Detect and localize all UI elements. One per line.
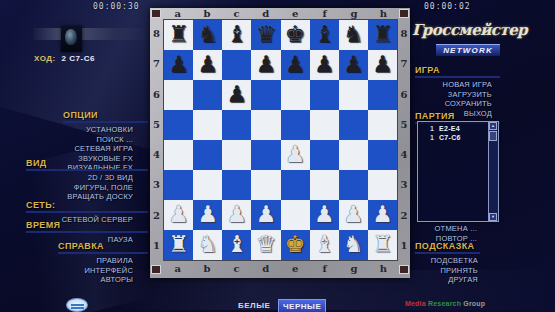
- piece-white-pawn[interactable]: ♟: [372, 203, 393, 226]
- square-g6[interactable]: [339, 80, 368, 110]
- square-g4[interactable]: [339, 140, 368, 170]
- board-corner-icon: [151, 9, 161, 18]
- piece-white-pawn[interactable]: ♟: [285, 143, 306, 166]
- menu-item[interactable]: УСТАНОВКИ: [63, 125, 133, 135]
- black-player-label[interactable]: ЧЕРНЫЕ: [278, 299, 326, 312]
- square-f7[interactable]: ♟: [310, 50, 339, 80]
- move-list-rows: 1E2-E41C7-C6: [418, 124, 488, 142]
- square-h3[interactable]: [368, 170, 397, 200]
- square-b1[interactable]: ♞: [193, 230, 222, 260]
- square-h4[interactable]: [368, 140, 397, 170]
- square-b7[interactable]: ♟: [193, 50, 222, 80]
- square-a3[interactable]: [164, 170, 193, 200]
- coordinate-label: f: [310, 8, 339, 19]
- piece-black-pawn[interactable]: ♟: [343, 53, 364, 76]
- menu-items-spravka: ПРАВИЛАИНТЕРФЕЙСАВТОРЫ: [58, 254, 148, 285]
- menu-item[interactable]: НОВАЯ ИГРА: [415, 80, 492, 90]
- piece-white-pawn[interactable]: ♟: [314, 203, 335, 226]
- square-g5[interactable]: [339, 110, 368, 140]
- square-g2[interactable]: ♟: [339, 200, 368, 230]
- file-labels-top: abcdefgh: [163, 8, 398, 19]
- square-g3[interactable]: [339, 170, 368, 200]
- piece-black-knight[interactable]: ♞: [343, 23, 364, 46]
- board-corner-icon: [399, 9, 409, 18]
- piece-white-knight[interactable]: ♞: [343, 233, 364, 256]
- coordinate-label: 4: [398, 140, 410, 170]
- square-h7[interactable]: ♟: [368, 50, 397, 80]
- square-e7[interactable]: ♟: [281, 50, 310, 80]
- coordinate-label: 8: [150, 19, 163, 49]
- square-d8[interactable]: ♛: [251, 20, 280, 50]
- app-window: 00:00:30 00:00:02 ХОД:2 C7-C6 ОПЦИИУСТАН…: [0, 0, 555, 312]
- menu-item[interactable]: ИНТЕРФЕЙС: [58, 266, 133, 276]
- square-b3[interactable]: [193, 170, 222, 200]
- piece-black-bishop[interactable]: ♝: [314, 23, 335, 46]
- square-a2[interactable]: ♟: [164, 200, 193, 230]
- square-f5[interactable]: [310, 110, 339, 140]
- piece-black-rook[interactable]: ♜: [168, 23, 189, 46]
- coordinate-label: 6: [398, 80, 410, 110]
- square-b4[interactable]: [193, 140, 222, 170]
- coordinate-label: 5: [398, 110, 410, 140]
- piece-black-bishop[interactable]: ♝: [227, 23, 248, 46]
- menu-items-vid: 2D / 3D ВИДФИГУРЫ, ПОЛЕВРАЩАТЬ ДОСКУ: [26, 171, 148, 202]
- piece-black-king[interactable]: ♚: [285, 23, 306, 46]
- square-c1[interactable]: ♝: [222, 230, 251, 260]
- square-e4[interactable]: ♟: [281, 140, 310, 170]
- coordinate-label: a: [163, 8, 192, 19]
- coordinate-label: e: [281, 261, 310, 277]
- undo-redo-actions: ОТМЕНА ...ПОВТОР ...: [415, 222, 477, 243]
- square-a5[interactable]: [164, 110, 193, 140]
- menu-item[interactable]: СОХРАНИТЬ: [415, 99, 492, 109]
- piece-black-pawn[interactable]: ♟: [227, 83, 248, 106]
- coordinate-label: 5: [150, 110, 163, 140]
- move-list: 1E2-E41C7-C6 ▲ ▼: [417, 121, 499, 222]
- inter-logo: [66, 298, 88, 312]
- square-f3[interactable]: [310, 170, 339, 200]
- square-d5[interactable]: [251, 110, 280, 140]
- coordinate-label: c: [222, 261, 251, 277]
- move-label: ХОД:: [34, 54, 56, 63]
- menu-header-vid[interactable]: ВИД: [26, 158, 148, 171]
- menu-section-spravka: СПРАВКАПРАВИЛАИНТЕРФЕЙСАВТОРЫ: [58, 241, 148, 285]
- square-d6[interactable]: [251, 80, 280, 110]
- square-b5[interactable]: [193, 110, 222, 140]
- square-g7[interactable]: ♟: [339, 50, 368, 80]
- piece-white-bishop[interactable]: ♝: [314, 233, 335, 256]
- menu-item[interactable]: ДРУГАЯ: [415, 275, 478, 285]
- menu-item[interactable]: ПОДСВЕТКА: [415, 256, 478, 266]
- coordinate-label: g: [339, 8, 368, 19]
- white-player-label[interactable]: БЕЛЫЕ: [238, 301, 270, 310]
- coordinate-label: h: [369, 8, 398, 19]
- credit-word: Group: [463, 300, 485, 307]
- square-c8[interactable]: ♝: [222, 20, 251, 50]
- menu-item[interactable]: ФИГУРЫ, ПОЛЕ: [26, 183, 133, 193]
- piece-white-rook[interactable]: ♜: [168, 233, 189, 256]
- piece-black-pawn[interactable]: ♟: [372, 53, 393, 76]
- square-h1[interactable]: ♜: [368, 230, 397, 260]
- square-f8[interactable]: ♝: [310, 20, 339, 50]
- piece-black-pawn[interactable]: ♟: [314, 53, 335, 76]
- square-h5[interactable]: [368, 110, 397, 140]
- square-c5[interactable]: [222, 110, 251, 140]
- menu-item[interactable]: ПРАВИЛА: [58, 256, 133, 266]
- square-c3[interactable]: [222, 170, 251, 200]
- app-logo: Гроссмейстер: [412, 21, 504, 39]
- menu-item[interactable]: АВТОРЫ: [58, 275, 133, 285]
- square-f4[interactable]: [310, 140, 339, 170]
- board-corner-icon: [151, 265, 161, 274]
- square-c2[interactable]: ♟: [222, 200, 251, 230]
- square-f1[interactable]: ♝: [310, 230, 339, 260]
- credit-word: Research: [428, 300, 461, 307]
- coordinate-label: b: [192, 261, 221, 277]
- piece-white-knight[interactable]: ♞: [197, 233, 218, 256]
- coordinate-label: b: [192, 8, 221, 19]
- move-row[interactable]: 1C7-C6: [418, 133, 488, 142]
- scroll-up-button[interactable]: ▲: [489, 122, 497, 130]
- square-h2[interactable]: ♟: [368, 200, 397, 230]
- network-banner: NETWORK: [436, 44, 500, 56]
- piece-black-queen[interactable]: ♛: [256, 23, 277, 46]
- square-e2[interactable]: [281, 200, 310, 230]
- coordinate-label: 6: [150, 80, 163, 110]
- menu-item[interactable]: 2D / 3D ВИД: [26, 173, 133, 183]
- avatar-face: [65, 29, 77, 45]
- coordinate-label: a: [163, 261, 192, 277]
- player-avatar: [61, 26, 82, 52]
- square-d3[interactable]: [251, 170, 280, 200]
- menu-header-vremya[interactable]: ВРЕМЯ: [26, 220, 148, 233]
- piece-black-knight[interactable]: ♞: [197, 23, 218, 46]
- piece-black-pawn[interactable]: ♟: [197, 53, 218, 76]
- coordinate-label: 2: [398, 201, 410, 231]
- coordinate-label: f: [310, 261, 339, 277]
- credit-text: Media Research Group: [405, 300, 485, 307]
- square-a8[interactable]: ♜: [164, 20, 193, 50]
- square-h6[interactable]: [368, 80, 397, 110]
- scrollbar-thumb[interactable]: [489, 131, 497, 141]
- square-b6[interactable]: [193, 80, 222, 110]
- move-indicator: ХОД:2 C7-C6: [34, 54, 146, 63]
- piece-white-pawn[interactable]: ♟: [343, 203, 364, 226]
- piece-white-pawn[interactable]: ♟: [197, 203, 218, 226]
- network-label: NETWORK: [436, 45, 500, 56]
- move-number: 1: [418, 133, 434, 142]
- coordinate-label: g: [339, 261, 368, 277]
- square-d4[interactable]: [251, 140, 280, 170]
- square-e3[interactable]: [281, 170, 310, 200]
- move-value: 2 C7-C6: [62, 54, 95, 63]
- square-b2[interactable]: ♟: [193, 200, 222, 230]
- square-e8[interactable]: ♚: [281, 20, 310, 50]
- square-c4[interactable]: [222, 140, 251, 170]
- black-clock: 00:00:02: [424, 2, 471, 11]
- menu-header-igra[interactable]: ИГРА: [415, 65, 500, 78]
- menu-item[interactable]: ПОИСК ...: [63, 135, 133, 145]
- menu-item[interactable]: ОТМЕНА ...: [415, 224, 477, 234]
- square-d7[interactable]: ♟: [251, 50, 280, 80]
- menu-item[interactable]: ПРИНЯТЬ: [415, 266, 478, 276]
- coordinate-label: 4: [150, 140, 163, 170]
- piece-black-pawn[interactable]: ♟: [285, 53, 306, 76]
- square-f6[interactable]: [310, 80, 339, 110]
- square-e6[interactable]: [281, 80, 310, 110]
- move-number: 1: [418, 124, 434, 133]
- coordinate-label: c: [222, 8, 251, 19]
- square-a7[interactable]: ♟: [164, 50, 193, 80]
- piece-black-pawn[interactable]: ♟: [168, 53, 189, 76]
- piece-black-pawn[interactable]: ♟: [256, 53, 277, 76]
- piece-white-pawn[interactable]: ♟: [256, 203, 277, 226]
- chess-board: ♜♞♝♛♚♝♞♜♟♟♟♟♟♟♟♟♟♟♟♟♟♟♟♟♜♞♝♛♚♝♞♜: [163, 19, 398, 261]
- menu-header-set[interactable]: СЕТЬ:: [26, 200, 148, 213]
- menu-item[interactable]: ЗАГРУЗИТЬ: [415, 90, 492, 100]
- piece-white-rook[interactable]: ♜: [372, 233, 393, 256]
- menu-header-spravka[interactable]: СПРАВКА: [58, 241, 148, 254]
- file-labels-bottom: abcdefgh: [163, 261, 398, 277]
- player-banner: [33, 28, 151, 40]
- rank-labels-right: 87654321: [398, 19, 410, 261]
- square-f2[interactable]: ♟: [310, 200, 339, 230]
- white-clock: 00:00:30: [93, 2, 140, 11]
- square-a4[interactable]: [164, 140, 193, 170]
- piece-white-king[interactable]: ♚: [285, 233, 306, 256]
- coordinate-label: 3: [398, 170, 410, 200]
- menu-header-opcii[interactable]: ОПЦИИ: [63, 110, 148, 123]
- coordinate-label: h: [369, 261, 398, 277]
- square-c6[interactable]: ♟: [222, 80, 251, 110]
- square-e5[interactable]: [281, 110, 310, 140]
- coordinate-label: 1: [398, 231, 410, 261]
- coordinate-label: 3: [150, 170, 163, 200]
- move-text: C7-C6: [439, 133, 461, 142]
- coordinate-label: 7: [398, 49, 410, 79]
- square-e1[interactable]: ♚: [281, 230, 310, 260]
- piece-white-bishop[interactable]: ♝: [227, 233, 248, 256]
- coordinate-label: 1: [150, 231, 163, 261]
- square-b8[interactable]: ♞: [193, 20, 222, 50]
- square-g1[interactable]: ♞: [339, 230, 368, 260]
- chess-board-frame: abcdefgh abcdefgh 87654321 87654321 ♜♞♝♛…: [150, 8, 410, 278]
- square-a6[interactable]: [164, 80, 193, 110]
- piece-white-queen[interactable]: ♛: [256, 233, 277, 256]
- board-corner-icon: [399, 265, 409, 274]
- piece-black-rook[interactable]: ♜: [372, 23, 393, 46]
- coordinate-label: 8: [398, 19, 410, 49]
- menu-section-podskazka: ПОДСКАЗКАПОДСВЕТКАПРИНЯТЬДРУГАЯ: [415, 241, 480, 285]
- square-g8[interactable]: ♞: [339, 20, 368, 50]
- square-d1[interactable]: ♛: [251, 230, 280, 260]
- menu-items-podskazka: ПОДСВЕТКАПРИНЯТЬДРУГАЯ: [415, 254, 480, 285]
- piece-white-pawn[interactable]: ♟: [227, 203, 248, 226]
- square-a1[interactable]: ♜: [164, 230, 193, 260]
- scroll-down-button[interactable]: ▼: [489, 213, 497, 221]
- rank-labels-left: 87654321: [150, 19, 163, 261]
- piece-white-pawn[interactable]: ♟: [168, 203, 189, 226]
- credit-word: Media: [405, 300, 426, 307]
- coordinate-label: d: [251, 8, 280, 19]
- move-row[interactable]: 1E2-E4: [418, 124, 488, 133]
- square-d2[interactable]: ♟: [251, 200, 280, 230]
- move-text: E2-E4: [439, 124, 460, 133]
- square-c7[interactable]: [222, 50, 251, 80]
- move-list-scrollbar[interactable]: ▲ ▼: [488, 122, 498, 221]
- coordinate-label: 2: [150, 201, 163, 231]
- menu-item[interactable]: ПОВТОР ...: [415, 234, 477, 244]
- menu-item[interactable]: СЕТЕВАЯ ИГРА: [63, 144, 133, 154]
- square-h8[interactable]: ♜: [368, 20, 397, 50]
- menu-section-vid: ВИД2D / 3D ВИДФИГУРЫ, ПОЛЕВРАЩАТЬ ДОСКУ: [26, 158, 148, 202]
- coordinate-label: e: [281, 8, 310, 19]
- coordinate-label: 7: [150, 49, 163, 79]
- coordinate-label: d: [251, 261, 280, 277]
